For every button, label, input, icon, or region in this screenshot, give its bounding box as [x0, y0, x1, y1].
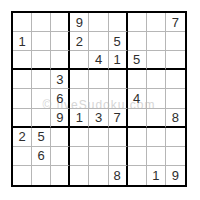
cell-digit: 9 — [56, 111, 63, 124]
sudoku-cell-r6c2[interactable] — [32, 109, 51, 128]
sudoku-cell-r7c1[interactable]: 2 — [13, 128, 32, 147]
sudoku-cell-r9c7[interactable] — [128, 166, 147, 185]
cell-digit: 6 — [38, 149, 45, 162]
cell-digit: 3 — [56, 73, 63, 86]
sudoku-cell-r7c7[interactable] — [128, 128, 147, 147]
sudoku-cell-r8c3[interactable] — [51, 147, 70, 166]
sudoku-cell-r4c1[interactable] — [13, 70, 32, 89]
sudoku-cell-r6c5[interactable]: 3 — [89, 109, 108, 128]
cell-digit: 8 — [172, 111, 179, 124]
sudoku-cell-r3c3[interactable] — [51, 51, 70, 70]
cell-digit: 4 — [95, 53, 102, 66]
cell-digit: 9 — [172, 169, 179, 182]
sudoku-cell-r2c5[interactable] — [89, 32, 108, 51]
sudoku-cell-r4c2[interactable] — [32, 70, 51, 89]
sudoku-cell-r4c3[interactable]: 3 — [51, 70, 70, 89]
sudoku-cell-r4c4[interactable] — [70, 70, 89, 89]
sudoku-cell-r5c7[interactable]: 4 — [128, 89, 147, 108]
cell-digit: 7 — [172, 16, 179, 29]
sudoku-cell-r2c7[interactable] — [128, 32, 147, 51]
cell-digit: 2 — [76, 35, 83, 48]
sudoku-cell-r5c4[interactable] — [70, 89, 89, 108]
sudoku-cell-r6c6[interactable]: 7 — [109, 109, 128, 128]
sudoku-cell-r1c7[interactable] — [128, 13, 147, 32]
sudoku-cell-r8c2[interactable]: 6 — [32, 147, 51, 166]
sudoku-cell-r8c8[interactable] — [147, 147, 166, 166]
sudoku-cell-r4c9[interactable] — [166, 70, 185, 89]
cell-digit: 2 — [18, 130, 25, 143]
sudoku-cell-r1c5[interactable] — [89, 13, 108, 32]
sudoku-cell-r1c2[interactable] — [32, 13, 51, 32]
cell-digit: 5 — [133, 53, 140, 66]
sudoku-cell-r3c2[interactable] — [32, 51, 51, 70]
sudoku-cell-r8c5[interactable] — [89, 147, 108, 166]
sudoku-cell-r5c9[interactable] — [166, 89, 185, 108]
sudoku-cell-r3c1[interactable] — [13, 51, 32, 70]
sudoku-cell-r5c3[interactable]: 6 — [51, 89, 70, 108]
sudoku-cell-r6c4[interactable]: 1 — [70, 109, 89, 128]
sudoku-cell-r3c8[interactable] — [147, 51, 166, 70]
sudoku-cell-r9c3[interactable] — [51, 166, 70, 185]
sudoku-cell-r9c6[interactable]: 8 — [109, 166, 128, 185]
sudoku-cell-r6c3[interactable]: 9 — [51, 109, 70, 128]
sudoku-board: © liveSudoku.com 9712541536491378256819 — [11, 11, 187, 187]
sudoku-cell-r8c6[interactable] — [109, 147, 128, 166]
cell-digit: 3 — [95, 111, 102, 124]
sudoku-cell-r4c6[interactable] — [109, 70, 128, 89]
sudoku-cell-r9c5[interactable] — [89, 166, 108, 185]
sudoku-cell-r9c1[interactable] — [13, 166, 32, 185]
sudoku-cell-r1c8[interactable] — [147, 13, 166, 32]
sudoku-cell-r7c9[interactable] — [166, 128, 185, 147]
sudoku-cell-r8c9[interactable] — [166, 147, 185, 166]
sudoku-cell-r8c7[interactable] — [128, 147, 147, 166]
sudoku-cell-r7c6[interactable] — [109, 128, 128, 147]
cell-digit: 9 — [76, 16, 83, 29]
sudoku-cell-r3c4[interactable] — [70, 51, 89, 70]
sudoku-cell-r2c9[interactable] — [166, 32, 185, 51]
sudoku-cell-r2c2[interactable] — [32, 32, 51, 51]
sudoku-cell-r7c5[interactable] — [89, 128, 108, 147]
cell-digit: 1 — [152, 169, 159, 182]
sudoku-cell-r5c5[interactable] — [89, 89, 108, 108]
cell-digit: 1 — [18, 35, 25, 48]
sudoku-cell-r9c2[interactable] — [32, 166, 51, 185]
cell-digit: 1 — [76, 111, 83, 124]
sudoku-cell-r8c1[interactable] — [13, 147, 32, 166]
sudoku-cell-r3c5[interactable]: 4 — [89, 51, 108, 70]
sudoku-cell-r7c4[interactable] — [70, 128, 89, 147]
sudoku-cell-r1c9[interactable]: 7 — [166, 13, 185, 32]
cell-digit: 1 — [113, 53, 120, 66]
cell-digit: 6 — [56, 92, 63, 105]
sudoku-cell-r9c9[interactable]: 9 — [166, 166, 185, 185]
sudoku-cell-r8c4[interactable] — [70, 147, 89, 166]
sudoku-cell-r5c8[interactable] — [147, 89, 166, 108]
sudoku-cell-r7c2[interactable]: 5 — [32, 128, 51, 147]
sudoku-cell-r2c3[interactable] — [51, 32, 70, 51]
sudoku-cell-r2c8[interactable] — [147, 32, 166, 51]
sudoku-cell-r7c3[interactable] — [51, 128, 70, 147]
sudoku-cell-r6c1[interactable] — [13, 109, 32, 128]
sudoku-cell-r4c5[interactable] — [89, 70, 108, 89]
sudoku-cell-r3c9[interactable] — [166, 51, 185, 70]
cell-digit: 8 — [113, 169, 120, 182]
sudoku-cell-r2c4[interactable]: 2 — [70, 32, 89, 51]
sudoku-cell-r9c4[interactable] — [70, 166, 89, 185]
cell-digit: 5 — [113, 35, 120, 48]
sudoku-cell-r1c1[interactable] — [13, 13, 32, 32]
sudoku-cell-r5c6[interactable] — [109, 89, 128, 108]
sudoku-cell-r6c7[interactable] — [128, 109, 147, 128]
sudoku-cell-r1c3[interactable] — [51, 13, 70, 32]
sudoku-cell-r5c2[interactable] — [32, 89, 51, 108]
sudoku-cell-r4c7[interactable] — [128, 70, 147, 89]
cell-digit: 5 — [38, 130, 45, 143]
sudoku-cell-r2c1[interactable]: 1 — [13, 32, 32, 51]
sudoku-cell-r4c8[interactable] — [147, 70, 166, 89]
sudoku-cell-r1c6[interactable] — [109, 13, 128, 32]
cell-digit: 4 — [133, 92, 140, 105]
sudoku-cell-r3c6[interactable]: 1 — [109, 51, 128, 70]
sudoku-cell-r7c8[interactable] — [147, 128, 166, 147]
sudoku-cell-r9c8[interactable]: 1 — [147, 166, 166, 185]
cell-digit: 7 — [113, 111, 120, 124]
sudoku-cell-r5c1[interactable] — [13, 89, 32, 108]
sudoku-cell-r2c6[interactable]: 5 — [109, 32, 128, 51]
sudoku-cell-r6c9[interactable]: 8 — [166, 109, 185, 128]
sudoku-cell-r1c4[interactable]: 9 — [70, 13, 89, 32]
sudoku-cell-r3c7[interactable]: 5 — [128, 51, 147, 70]
sudoku-cell-r6c8[interactable] — [147, 109, 166, 128]
